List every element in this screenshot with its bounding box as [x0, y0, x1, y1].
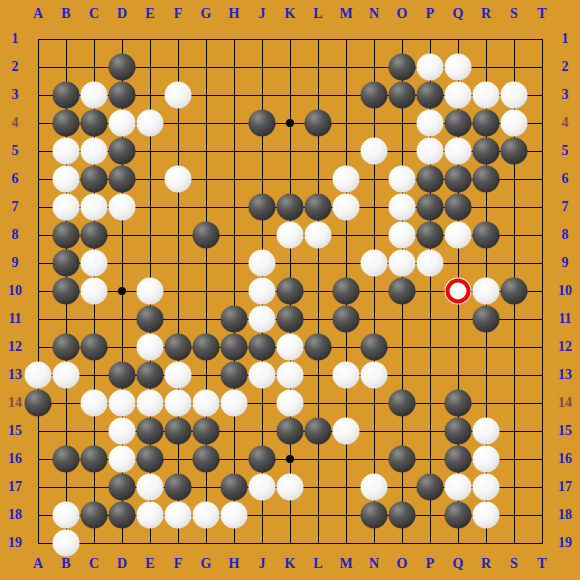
white-stone[interactable]: [473, 474, 500, 501]
row-label-left: 2: [12, 60, 19, 74]
black-stone[interactable]: [249, 334, 276, 361]
column-label-bottom: A: [33, 557, 43, 571]
black-stone[interactable]: [81, 502, 108, 529]
black-stone[interactable]: [277, 306, 304, 333]
column-label-bottom: S: [510, 557, 518, 571]
white-stone[interactable]: [81, 82, 108, 109]
black-stone[interactable]: [389, 446, 416, 473]
black-stone[interactable]: [417, 194, 444, 221]
black-stone[interactable]: [305, 418, 332, 445]
row-label-left: 10: [8, 284, 22, 298]
white-stone[interactable]: [389, 222, 416, 249]
black-stone[interactable]: [445, 110, 472, 137]
white-stone[interactable]: [109, 390, 136, 417]
black-stone[interactable]: [333, 306, 360, 333]
row-label-right: 11: [558, 312, 571, 326]
white-stone[interactable]: [249, 250, 276, 277]
black-stone[interactable]: [137, 362, 164, 389]
star-point: [286, 119, 294, 127]
white-stone[interactable]: [165, 502, 192, 529]
white-stone[interactable]: [333, 418, 360, 445]
black-stone[interactable]: [221, 474, 248, 501]
white-stone[interactable]: [445, 222, 472, 249]
column-label-top: A: [33, 7, 43, 21]
last-move-marker: [446, 279, 471, 304]
white-stone[interactable]: [81, 194, 108, 221]
white-stone[interactable]: [389, 250, 416, 277]
black-stone[interactable]: [277, 278, 304, 305]
column-label-bottom: O: [397, 557, 408, 571]
row-label-left: 16: [8, 452, 22, 466]
white-stone[interactable]: [165, 362, 192, 389]
black-stone[interactable]: [81, 110, 108, 137]
white-stone[interactable]: [277, 222, 304, 249]
black-stone[interactable]: [137, 446, 164, 473]
column-label-top: B: [61, 7, 70, 21]
black-stone[interactable]: [389, 278, 416, 305]
black-stone[interactable]: [417, 82, 444, 109]
white-stone[interactable]: [25, 362, 52, 389]
black-stone[interactable]: [109, 502, 136, 529]
white-stone[interactable]: [473, 418, 500, 445]
column-label-bottom: B: [61, 557, 70, 571]
black-stone[interactable]: [305, 334, 332, 361]
column-label-bottom: N: [369, 557, 379, 571]
white-stone[interactable]: [277, 334, 304, 361]
white-stone[interactable]: [389, 194, 416, 221]
white-stone[interactable]: [361, 250, 388, 277]
black-stone[interactable]: [221, 334, 248, 361]
black-stone[interactable]: [473, 110, 500, 137]
white-stone[interactable]: [109, 194, 136, 221]
black-stone[interactable]: [305, 110, 332, 137]
column-label-top: G: [201, 7, 212, 21]
white-stone[interactable]: [333, 194, 360, 221]
row-label-right: 16: [558, 452, 572, 466]
column-label-bottom: L: [313, 557, 322, 571]
white-stone[interactable]: [137, 502, 164, 529]
black-stone[interactable]: [445, 194, 472, 221]
black-stone[interactable]: [417, 166, 444, 193]
black-stone[interactable]: [389, 82, 416, 109]
row-label-left: 12: [8, 340, 22, 354]
white-stone[interactable]: [81, 390, 108, 417]
row-label-right: 13: [558, 368, 572, 382]
row-label-left: 4: [12, 116, 19, 130]
black-stone[interactable]: [53, 446, 80, 473]
black-stone[interactable]: [193, 418, 220, 445]
column-label-top: Q: [453, 7, 464, 21]
black-stone[interactable]: [165, 334, 192, 361]
black-stone[interactable]: [445, 166, 472, 193]
white-stone[interactable]: [221, 502, 248, 529]
row-label-right: 10: [558, 284, 572, 298]
column-label-bottom: K: [285, 557, 296, 571]
black-stone[interactable]: [81, 446, 108, 473]
row-label-right: 1: [562, 32, 569, 46]
white-stone[interactable]: [165, 390, 192, 417]
black-stone[interactable]: [137, 418, 164, 445]
white-stone[interactable]: [473, 278, 500, 305]
column-label-top: M: [339, 7, 352, 21]
white-stone[interactable]: [389, 166, 416, 193]
row-label-left: 3: [12, 88, 19, 102]
black-stone[interactable]: [389, 54, 416, 81]
black-stone[interactable]: [25, 390, 52, 417]
white-stone[interactable]: [53, 194, 80, 221]
column-label-top: L: [313, 7, 322, 21]
black-stone[interactable]: [109, 82, 136, 109]
row-label-left: 18: [8, 508, 22, 522]
column-label-bottom: R: [481, 557, 491, 571]
white-stone[interactable]: [361, 362, 388, 389]
white-stone[interactable]: [221, 390, 248, 417]
white-stone[interactable]: [249, 474, 276, 501]
black-stone[interactable]: [249, 194, 276, 221]
column-label-top: D: [117, 7, 127, 21]
black-stone[interactable]: [249, 446, 276, 473]
row-label-right: 5: [562, 144, 569, 158]
row-label-right: 2: [562, 60, 569, 74]
black-stone[interactable]: [137, 306, 164, 333]
white-stone[interactable]: [445, 474, 472, 501]
white-stone[interactable]: [137, 474, 164, 501]
black-stone[interactable]: [277, 194, 304, 221]
white-stone[interactable]: [445, 138, 472, 165]
black-stone[interactable]: [109, 54, 136, 81]
white-stone[interactable]: [249, 362, 276, 389]
row-label-right: 19: [558, 536, 572, 550]
row-label-right: 15: [558, 424, 572, 438]
row-label-left: 1: [12, 32, 19, 46]
black-stone[interactable]: [53, 222, 80, 249]
row-label-left: 9: [12, 256, 19, 270]
column-label-top: S: [510, 7, 518, 21]
black-stone[interactable]: [221, 306, 248, 333]
white-stone[interactable]: [165, 82, 192, 109]
column-label-top: N: [369, 7, 379, 21]
black-stone[interactable]: [305, 194, 332, 221]
column-label-bottom: C: [89, 557, 99, 571]
row-label-left: 17: [8, 480, 22, 494]
column-label-bottom: G: [201, 557, 212, 571]
black-stone[interactable]: [165, 474, 192, 501]
row-label-right: 4: [562, 116, 569, 130]
star-point: [118, 287, 126, 295]
black-stone[interactable]: [361, 82, 388, 109]
white-stone[interactable]: [137, 278, 164, 305]
white-stone[interactable]: [53, 362, 80, 389]
row-label-left: 8: [12, 228, 19, 242]
column-label-bottom: M: [339, 557, 352, 571]
grid-line-horizontal: [38, 543, 543, 544]
black-stone[interactable]: [361, 502, 388, 529]
black-stone[interactable]: [193, 334, 220, 361]
white-stone[interactable]: [417, 138, 444, 165]
column-label-bottom: T: [537, 557, 546, 571]
black-stone[interactable]: [277, 418, 304, 445]
black-stone[interactable]: [53, 278, 80, 305]
grid-line-vertical: [374, 39, 375, 544]
white-stone[interactable]: [445, 54, 472, 81]
row-label-right: 9: [562, 256, 569, 270]
white-stone[interactable]: [109, 446, 136, 473]
row-label-left: 6: [12, 172, 19, 186]
white-stone[interactable]: [361, 138, 388, 165]
column-label-top: T: [537, 7, 546, 21]
black-stone[interactable]: [445, 418, 472, 445]
white-stone[interactable]: [277, 390, 304, 417]
black-stone[interactable]: [501, 138, 528, 165]
black-stone[interactable]: [473, 306, 500, 333]
white-stone[interactable]: [305, 222, 332, 249]
black-stone[interactable]: [333, 278, 360, 305]
row-label-right: 17: [558, 480, 572, 494]
white-stone[interactable]: [277, 474, 304, 501]
black-stone[interactable]: [417, 474, 444, 501]
black-stone[interactable]: [417, 222, 444, 249]
black-stone[interactable]: [473, 222, 500, 249]
white-stone[interactable]: [137, 334, 164, 361]
black-stone[interactable]: [473, 138, 500, 165]
black-stone[interactable]: [109, 362, 136, 389]
black-stone[interactable]: [53, 250, 80, 277]
white-stone[interactable]: [361, 474, 388, 501]
row-label-left: 15: [8, 424, 22, 438]
column-label-top: J: [259, 7, 266, 21]
row-label-left: 14: [8, 396, 22, 410]
column-label-bottom: P: [426, 557, 435, 571]
white-stone[interactable]: [249, 306, 276, 333]
black-stone[interactable]: [81, 222, 108, 249]
column-label-top: P: [426, 7, 435, 21]
black-stone[interactable]: [193, 446, 220, 473]
black-stone[interactable]: [109, 166, 136, 193]
white-stone[interactable]: [53, 530, 80, 557]
column-label-bottom: E: [145, 557, 154, 571]
row-label-right: 7: [562, 200, 569, 214]
black-stone[interactable]: [53, 82, 80, 109]
white-stone[interactable]: [473, 502, 500, 529]
row-label-left: 7: [12, 200, 19, 214]
white-stone[interactable]: [249, 278, 276, 305]
white-stone[interactable]: [193, 502, 220, 529]
black-stone[interactable]: [109, 138, 136, 165]
column-label-bottom: H: [229, 557, 240, 571]
white-stone[interactable]: [53, 502, 80, 529]
column-label-top: O: [397, 7, 408, 21]
column-label-bottom: Q: [453, 557, 464, 571]
black-stone[interactable]: [53, 110, 80, 137]
black-stone[interactable]: [445, 502, 472, 529]
row-label-right: 3: [562, 88, 569, 102]
black-stone[interactable]: [221, 362, 248, 389]
black-stone[interactable]: [249, 110, 276, 137]
white-stone[interactable]: [473, 82, 500, 109]
white-stone[interactable]: [109, 110, 136, 137]
black-stone[interactable]: [473, 166, 500, 193]
white-stone[interactable]: [417, 54, 444, 81]
column-label-top: E: [145, 7, 154, 21]
white-stone[interactable]: [501, 82, 528, 109]
row-label-right: 18: [558, 508, 572, 522]
row-label-right: 8: [562, 228, 569, 242]
row-label-left: 11: [8, 312, 21, 326]
black-stone[interactable]: [81, 166, 108, 193]
white-stone[interactable]: [193, 390, 220, 417]
column-label-top: C: [89, 7, 99, 21]
white-stone[interactable]: [333, 166, 360, 193]
black-stone[interactable]: [361, 334, 388, 361]
white-stone[interactable]: [137, 110, 164, 137]
black-stone[interactable]: [501, 278, 528, 305]
grid-line-vertical: [542, 39, 543, 544]
white-stone[interactable]: [53, 166, 80, 193]
row-label-left: 13: [8, 368, 22, 382]
white-stone[interactable]: [277, 362, 304, 389]
black-stone[interactable]: [445, 446, 472, 473]
go-board[interactable]: AABBCCDDEEFFGGHHJJKKLLMMNNOOPPQQRRSSTT11…: [0, 0, 580, 580]
black-stone[interactable]: [445, 390, 472, 417]
row-label-right: 14: [558, 396, 572, 410]
white-stone[interactable]: [109, 418, 136, 445]
column-label-top: F: [174, 7, 183, 21]
white-stone[interactable]: [81, 250, 108, 277]
white-stone[interactable]: [53, 138, 80, 165]
column-label-top: H: [229, 7, 240, 21]
white-stone[interactable]: [333, 362, 360, 389]
white-stone[interactable]: [417, 110, 444, 137]
black-stone[interactable]: [81, 334, 108, 361]
row-label-right: 6: [562, 172, 569, 186]
row-label-left: 19: [8, 536, 22, 550]
star-point: [286, 455, 294, 463]
black-stone[interactable]: [165, 418, 192, 445]
column-label-bottom: J: [259, 557, 266, 571]
black-stone[interactable]: [53, 334, 80, 361]
row-label-right: 12: [558, 340, 572, 354]
column-label-bottom: F: [174, 557, 183, 571]
white-stone[interactable]: [473, 446, 500, 473]
white-stone[interactable]: [81, 138, 108, 165]
black-stone[interactable]: [193, 222, 220, 249]
column-label-top: R: [481, 7, 491, 21]
white-stone[interactable]: [81, 278, 108, 305]
column-label-bottom: D: [117, 557, 127, 571]
row-label-left: 5: [12, 144, 19, 158]
column-label-top: K: [285, 7, 296, 21]
black-stone[interactable]: [109, 474, 136, 501]
white-stone[interactable]: [417, 250, 444, 277]
white-stone[interactable]: [165, 166, 192, 193]
white-stone[interactable]: [137, 390, 164, 417]
black-stone[interactable]: [389, 502, 416, 529]
black-stone[interactable]: [389, 390, 416, 417]
white-stone[interactable]: [445, 82, 472, 109]
white-stone[interactable]: [501, 110, 528, 137]
